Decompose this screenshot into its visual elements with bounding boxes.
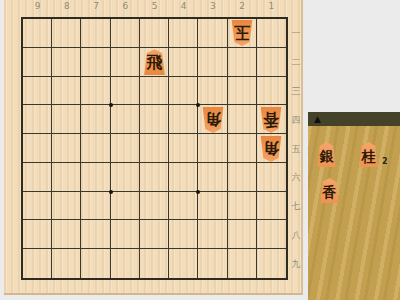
board-square-1一[interactable] xyxy=(257,19,286,48)
hand-piece-kanji: 銀 xyxy=(320,149,334,163)
board-square-5三[interactable] xyxy=(140,77,169,106)
board-square-9六[interactable] xyxy=(23,163,52,192)
board-square-2四[interactable] xyxy=(228,105,257,134)
board-square-2五[interactable] xyxy=(228,134,257,163)
board-square-3七[interactable] xyxy=(198,192,227,221)
board-square-6九[interactable] xyxy=(111,249,140,278)
hand-piece-lance[interactable]: 香 xyxy=(319,178,340,203)
rank-label-6: 六 xyxy=(292,171,301,184)
file-label-9: 9 xyxy=(35,1,41,11)
star-point xyxy=(109,103,113,107)
rank-label-3: 三 xyxy=(292,84,301,97)
star-point xyxy=(109,190,113,194)
board-square-6六[interactable] xyxy=(111,163,140,192)
board-square-2三[interactable] xyxy=(228,77,257,106)
piece-kanji: 玉 xyxy=(234,24,250,40)
board-square-4四[interactable] xyxy=(169,105,198,134)
board-square-3八[interactable] xyxy=(198,220,227,249)
tsume-shogi-app: 987654321 一二三四五六七八九 玉飛角香角 ▲ 銀桂2香 xyxy=(0,0,400,300)
board-square-5六[interactable] xyxy=(140,163,169,192)
board-square-5四[interactable] xyxy=(140,105,169,134)
board-square-5七[interactable] xyxy=(140,192,169,221)
board-square-8八[interactable] xyxy=(52,220,81,249)
rank-label-5: 五 xyxy=(292,142,301,155)
board-square-6五[interactable] xyxy=(111,134,140,163)
file-label-5: 5 xyxy=(152,1,158,11)
board-square-4九[interactable] xyxy=(169,249,198,278)
file-label-2: 2 xyxy=(239,1,245,11)
board-square-9四[interactable] xyxy=(23,105,52,134)
file-label-7: 7 xyxy=(93,1,99,11)
file-label-1: 1 xyxy=(269,1,275,11)
board-square-4三[interactable] xyxy=(169,77,198,106)
star-point xyxy=(196,190,200,194)
board-square-7六[interactable] xyxy=(81,163,110,192)
rank-label-1: 一 xyxy=(292,27,301,40)
board-square-4五[interactable] xyxy=(169,134,198,163)
board-square-8九[interactable] xyxy=(52,249,81,278)
board-square-7四[interactable] xyxy=(81,105,110,134)
turn-strip: ▲ xyxy=(308,112,400,126)
piece-kanji: 飛 xyxy=(147,55,163,71)
board-square-7九[interactable] xyxy=(81,249,110,278)
file-label-3: 3 xyxy=(210,1,216,11)
board-square-4六[interactable] xyxy=(169,163,198,192)
board-square-8四[interactable] xyxy=(52,105,81,134)
board-square-6一[interactable] xyxy=(111,19,140,48)
board-square-5九[interactable] xyxy=(140,249,169,278)
board-square-8二[interactable] xyxy=(52,48,81,77)
file-label-8: 8 xyxy=(64,1,70,11)
board-square-5八[interactable] xyxy=(140,220,169,249)
board-square-3二[interactable] xyxy=(198,48,227,77)
piece-kanji: 角 xyxy=(205,111,221,127)
star-point xyxy=(196,103,200,107)
board-square-7一[interactable] xyxy=(81,19,110,48)
board-square-8七[interactable] xyxy=(52,192,81,221)
board-square-3五[interactable] xyxy=(198,134,227,163)
board-square-1六[interactable] xyxy=(257,163,286,192)
rank-labels: 一二三四五六七八九 xyxy=(287,19,305,278)
hand-piece-knight[interactable]: 桂 xyxy=(358,142,379,167)
board-square-4一[interactable] xyxy=(169,19,198,48)
board-square-6七[interactable] xyxy=(111,192,140,221)
board-square-9七[interactable] xyxy=(23,192,52,221)
board-square-1九[interactable] xyxy=(257,249,286,278)
board-square-7八[interactable] xyxy=(81,220,110,249)
hand-piece-kanji: 香 xyxy=(323,185,337,199)
board-square-2二[interactable] xyxy=(228,48,257,77)
file-labels: 987654321 xyxy=(23,1,286,16)
board-square-3一[interactable] xyxy=(198,19,227,48)
shogi-board-panel: 987654321 一二三四五六七八九 玉飛角香角 xyxy=(4,0,303,295)
board-square-6八[interactable] xyxy=(111,220,140,249)
file-label-4: 4 xyxy=(181,1,187,11)
board-square-8五[interactable] xyxy=(52,134,81,163)
rank-label-9: 九 xyxy=(292,257,301,270)
hand-piece-silver[interactable]: 銀 xyxy=(316,142,337,167)
board-square-3六[interactable] xyxy=(198,163,227,192)
board-square-8一[interactable] xyxy=(52,19,81,48)
board-square-7五[interactable] xyxy=(81,134,110,163)
shogi-board[interactable]: 玉飛角香角 xyxy=(21,17,288,280)
board-square-6四[interactable] xyxy=(111,105,140,134)
board-square-9九[interactable] xyxy=(23,249,52,278)
sente-turn-marker-icon: ▲ xyxy=(314,113,321,125)
board-square-1八[interactable] xyxy=(257,220,286,249)
board-square-9五[interactable] xyxy=(23,134,52,163)
hand-piece-tray: 銀桂2香 xyxy=(308,126,400,300)
rank-label-2: 二 xyxy=(292,56,301,69)
board-square-6三[interactable] xyxy=(111,77,140,106)
piece-kanji: 角 xyxy=(263,140,279,156)
board-square-9八[interactable] xyxy=(23,220,52,249)
rank-label-4: 四 xyxy=(292,113,301,126)
board-square-2八[interactable] xyxy=(228,220,257,249)
board-square-9一[interactable] xyxy=(23,19,52,48)
board-square-4八[interactable] xyxy=(169,220,198,249)
hand-piece-knight-count: 2 xyxy=(382,157,388,166)
rank-label-7: 七 xyxy=(292,200,301,213)
board-square-5五[interactable] xyxy=(140,134,169,163)
board-square-2九[interactable] xyxy=(228,249,257,278)
board-square-8六[interactable] xyxy=(52,163,81,192)
hand-piece-kanji: 桂 xyxy=(362,149,376,163)
hand-panel: ▲ 銀桂2香 xyxy=(308,112,400,300)
board-square-2六[interactable] xyxy=(228,163,257,192)
board-square-4二[interactable] xyxy=(169,48,198,77)
board-square-1三[interactable] xyxy=(257,77,286,106)
board-square-7三[interactable] xyxy=(81,77,110,106)
board-square-2七[interactable] xyxy=(228,192,257,221)
piece-kanji: 香 xyxy=(263,111,279,127)
board-square-3九[interactable] xyxy=(198,249,227,278)
board-square-8三[interactable] xyxy=(52,77,81,106)
board-square-7二[interactable] xyxy=(81,48,110,77)
board-square-9二[interactable] xyxy=(23,48,52,77)
board-square-6二[interactable] xyxy=(111,48,140,77)
board-square-3三[interactable] xyxy=(198,77,227,106)
file-label-6: 6 xyxy=(122,1,128,11)
board-square-9三[interactable] xyxy=(23,77,52,106)
board-square-1二[interactable] xyxy=(257,48,286,77)
rank-label-8: 八 xyxy=(292,228,301,241)
board-square-1七[interactable] xyxy=(257,192,286,221)
board-square-4七[interactable] xyxy=(169,192,198,221)
board-square-7七[interactable] xyxy=(81,192,110,221)
board-square-5一[interactable] xyxy=(140,19,169,48)
